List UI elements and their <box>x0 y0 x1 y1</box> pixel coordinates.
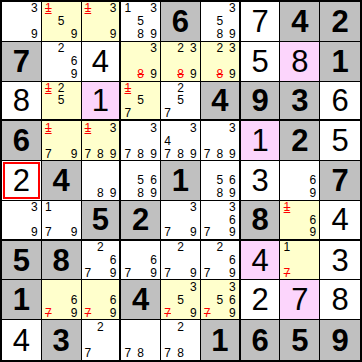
candidate-9: 9 <box>226 226 239 239</box>
empty-candidate-slot <box>293 226 306 239</box>
candidate-7: 7 <box>82 347 95 360</box>
empty-candidate-slot <box>2 15 15 28</box>
cell-r6c9[interactable]: 4 <box>320 201 360 241</box>
cell-r3c8[interactable]: 3 <box>280 82 320 122</box>
empty-candidate-slot <box>68 201 81 214</box>
cell-r4c2[interactable]: 179 <box>42 121 82 161</box>
empty-candidate-slot <box>55 28 68 41</box>
candidate-6: 6 <box>226 254 239 267</box>
candidate-3: 3 <box>147 121 160 134</box>
empty-candidate-slot <box>82 28 95 41</box>
cell-r8c7[interactable]: 2 <box>241 280 281 320</box>
cell-r7c4[interactable]: 679 <box>121 241 161 281</box>
empty-candidate-slot <box>42 107 55 120</box>
empty-candidate-slot <box>187 254 200 267</box>
pencil-marks: 3579 <box>161 280 200 319</box>
pencil-marks: 89 <box>82 161 120 200</box>
candidate-9: 9 <box>68 306 81 319</box>
candidate-9: 9 <box>107 267 120 280</box>
cell-r1c6[interactable]: 3589 <box>201 2 241 42</box>
cell-r1c2[interactable]: 159 <box>42 2 82 42</box>
solved-digit: 2 <box>13 165 30 196</box>
empty-candidate-slot <box>94 134 107 147</box>
empty-candidate-slot <box>15 213 28 226</box>
pencil-marks: 2389 <box>201 42 239 81</box>
candidate-9: 9 <box>187 226 200 239</box>
candidate-7: 7 <box>121 347 134 360</box>
empty-candidate-slot <box>187 107 200 120</box>
candidate-7: 7 <box>42 226 55 239</box>
cell-r3c6[interactable]: 4 <box>201 82 241 122</box>
cell-r3c5[interactable]: 257 <box>161 82 201 122</box>
empty-candidate-slot <box>174 55 187 68</box>
candidate-3: 3 <box>226 2 239 15</box>
solved-digit: 4 <box>13 325 30 356</box>
solved-digit: 7 <box>251 6 268 37</box>
cell-r3c4[interactable]: 157 <box>121 82 161 122</box>
given-digit: 7 <box>13 46 30 77</box>
empty-candidate-slot <box>55 55 68 68</box>
candidate-7: 7 <box>201 267 214 280</box>
candidate-5: 5 <box>55 15 68 28</box>
cell-r6c2[interactable]: 179 <box>42 201 82 241</box>
cell-r4c1[interactable]: 6 <box>2 121 42 161</box>
candidate-5: 5 <box>134 174 147 187</box>
empty-candidate-slot <box>187 82 200 95</box>
candidate-8: 8 <box>213 147 226 160</box>
cell-r5c4[interactable]: 5689 <box>121 161 161 201</box>
empty-candidate-slot <box>161 320 174 333</box>
cell-r6c8[interactable]: 169 <box>280 201 320 241</box>
candidate-6: 6 <box>306 174 319 187</box>
eliminated-candidate-1: 1 <box>42 2 55 15</box>
empty-candidate-slot <box>161 213 174 226</box>
cell-r3c3[interactable]: 1 <box>82 82 122 122</box>
empty-candidate-slot <box>121 121 134 134</box>
cell-r5c7[interactable]: 3 <box>241 161 281 201</box>
empty-candidate-slot <box>82 187 95 200</box>
solved-digit: 3 <box>251 165 268 196</box>
empty-candidate-slot <box>42 55 55 68</box>
cell-r2c8[interactable]: 8 <box>280 42 320 82</box>
empty-candidate-slot <box>213 201 226 214</box>
empty-candidate-slot <box>107 347 120 360</box>
cell-r9c1[interactable]: 4 <box>2 320 42 360</box>
eliminated-candidate-1: 1 <box>82 121 95 134</box>
cell-r7c6[interactable]: 2679 <box>201 241 241 281</box>
cell-r6c5[interactable]: 379 <box>161 201 201 241</box>
candidate-6: 6 <box>68 55 81 68</box>
empty-candidate-slot <box>147 55 160 68</box>
empty-candidate-slot <box>68 42 81 55</box>
solved-digit: 8 <box>331 284 348 315</box>
empty-candidate-slot <box>187 293 200 306</box>
empty-candidate-slot <box>121 320 134 333</box>
pencil-marks: 169 <box>280 201 319 239</box>
empty-candidate-slot <box>68 280 81 293</box>
given-digit: 6 <box>251 325 268 356</box>
cell-r8c4[interactable]: 4 <box>121 280 161 320</box>
cell-r2c2[interactable]: 269 <box>42 42 82 82</box>
candidate-7: 7 <box>201 226 214 239</box>
pencil-marks: 3789 <box>121 121 160 160</box>
candidate-8: 8 <box>174 147 187 160</box>
cell-r8c1[interactable]: 1 <box>2 280 42 320</box>
empty-candidate-slot <box>293 161 306 174</box>
solved-digit: 2 <box>251 284 268 315</box>
empty-candidate-slot <box>94 121 107 134</box>
empty-candidate-slot <box>134 2 147 15</box>
empty-candidate-slot <box>201 201 214 214</box>
cell-r3c2[interactable]: 125 <box>42 82 82 122</box>
candidate-7: 7 <box>121 267 134 280</box>
cell-r6c4[interactable]: 2 <box>121 201 161 241</box>
candidate-1: 1 <box>121 2 134 15</box>
solved-digit: 3 <box>331 245 348 276</box>
cell-r2c6[interactable]: 2389 <box>201 42 241 82</box>
cell-r1c7[interactable]: 7 <box>241 2 281 42</box>
cell-r5c2[interactable]: 4 <box>42 161 82 201</box>
empty-candidate-slot <box>134 82 147 95</box>
pencil-marks: 35679 <box>201 280 239 319</box>
empty-candidate-slot <box>147 107 160 120</box>
candidate-6: 6 <box>107 254 120 267</box>
cell-r1c3[interactable]: 139 <box>82 2 122 42</box>
empty-candidate-slot <box>55 201 68 214</box>
candidate-9: 9 <box>226 147 239 160</box>
empty-candidate-slot <box>94 333 107 346</box>
eliminated-candidate-1: 1 <box>121 82 134 95</box>
empty-candidate-slot <box>293 201 306 214</box>
empty-candidate-slot <box>68 2 81 15</box>
empty-candidate-slot <box>68 82 81 95</box>
empty-candidate-slot <box>201 55 214 68</box>
candidate-3: 3 <box>107 121 120 134</box>
cell-r1c1[interactable]: 39 <box>2 2 42 42</box>
cell-r7c3[interactable]: 2679 <box>82 241 122 281</box>
cell-r2c4[interactable]: 389 <box>121 42 161 82</box>
empty-candidate-slot <box>280 174 293 187</box>
candidate-1: 1 <box>42 201 55 214</box>
empty-candidate-slot <box>134 134 147 147</box>
cell-r2c3[interactable]: 4 <box>82 42 122 82</box>
cell-r4c4[interactable]: 3789 <box>121 121 161 161</box>
candidate-3: 3 <box>226 42 239 55</box>
empty-candidate-slot <box>226 134 239 147</box>
empty-candidate-slot <box>213 267 226 280</box>
candidate-9: 9 <box>107 147 120 160</box>
empty-candidate-slot <box>174 306 187 319</box>
given-digit: 5 <box>13 245 30 276</box>
candidate-7: 7 <box>161 107 174 120</box>
cell-r1c9[interactable]: 2 <box>320 2 360 42</box>
cell-r8c2[interactable]: 679 <box>42 280 82 320</box>
empty-candidate-slot <box>147 241 160 254</box>
empty-candidate-slot <box>107 161 120 174</box>
empty-candidate-slot <box>94 28 107 41</box>
empty-candidate-slot <box>187 134 200 147</box>
cell-r7c5[interactable]: 279 <box>161 241 201 281</box>
cell-r7c8[interactable]: 17 <box>280 241 320 281</box>
empty-candidate-slot <box>213 226 226 239</box>
candidate-9: 9 <box>107 28 120 41</box>
empty-candidate-slot <box>147 82 160 95</box>
empty-candidate-slot <box>82 241 95 254</box>
empty-candidate-slot <box>306 267 319 280</box>
empty-candidate-slot <box>213 280 226 293</box>
cell-r7c7[interactable]: 4 <box>241 241 281 281</box>
candidate-3: 3 <box>187 201 200 214</box>
empty-candidate-slot <box>94 161 107 174</box>
empty-candidate-slot <box>82 254 95 267</box>
empty-candidate-slot <box>161 293 174 306</box>
pencil-marks: 269 <box>42 42 81 81</box>
empty-candidate-slot <box>82 134 95 147</box>
empty-candidate-slot <box>161 333 174 346</box>
candidate-3: 3 <box>226 201 239 214</box>
candidate-9: 9 <box>226 187 239 200</box>
cell-r5c5[interactable]: 1 <box>161 161 201 201</box>
cell-r7c9[interactable]: 3 <box>320 241 360 281</box>
candidate-2: 2 <box>174 320 187 333</box>
pencil-marks: 179 <box>42 201 81 239</box>
empty-candidate-slot <box>134 161 147 174</box>
cell-r4c7[interactable]: 1 <box>241 121 281 161</box>
empty-candidate-slot <box>201 174 214 187</box>
cell-r7c1[interactable]: 5 <box>2 241 42 281</box>
cell-r9c2[interactable]: 3 <box>42 320 82 360</box>
given-digit: 1 <box>13 284 30 315</box>
cell-r4c8[interactable]: 2 <box>280 121 320 161</box>
cell-r9c3[interactable]: 27 <box>82 320 122 360</box>
empty-candidate-slot <box>174 201 187 214</box>
given-digit: 6 <box>13 125 30 156</box>
empty-candidate-slot <box>94 347 107 360</box>
cell-r7c2[interactable]: 8 <box>42 241 82 281</box>
given-digit: 4 <box>53 165 70 196</box>
given-digit: 2 <box>291 125 308 156</box>
candidate-8: 8 <box>134 28 147 41</box>
cell-r2c1[interactable]: 7 <box>2 42 42 82</box>
candidate-9: 9 <box>28 28 41 41</box>
empty-candidate-slot <box>161 42 174 55</box>
empty-candidate-slot <box>161 121 174 134</box>
pencil-marks: 13589 <box>121 2 160 41</box>
empty-candidate-slot <box>94 2 107 15</box>
empty-candidate-slot <box>161 94 174 107</box>
empty-candidate-slot <box>2 213 15 226</box>
eliminated-candidate-8: 8 <box>213 68 226 81</box>
solved-digit: 8 <box>13 85 30 116</box>
empty-candidate-slot <box>174 213 187 226</box>
cell-r3c1[interactable]: 8 <box>2 82 42 122</box>
candidate-7: 7 <box>201 147 214 160</box>
empty-candidate-slot <box>174 333 187 346</box>
empty-candidate-slot <box>161 82 174 95</box>
candidate-2: 2 <box>213 241 226 254</box>
cell-r8c9[interactable]: 8 <box>320 280 360 320</box>
eliminated-candidate-7: 7 <box>42 306 55 319</box>
candidate-8: 8 <box>134 347 147 360</box>
cell-r1c5[interactable]: 6 <box>161 2 201 42</box>
empty-candidate-slot <box>174 280 187 293</box>
candidate-9: 9 <box>187 267 200 280</box>
solved-digit: 4 <box>92 46 109 77</box>
candidate-7: 7 <box>121 147 134 160</box>
cell-r4c5[interactable]: 34789 <box>161 121 201 161</box>
cell-r4c9[interactable]: 5 <box>320 121 360 161</box>
empty-candidate-slot <box>187 94 200 107</box>
empty-candidate-slot <box>55 147 68 160</box>
empty-candidate-slot <box>121 55 134 68</box>
candidate-6: 6 <box>226 293 239 306</box>
candidate-3: 3 <box>187 280 200 293</box>
cell-r3c9[interactable]: 6 <box>320 82 360 122</box>
candidate-3: 3 <box>107 2 120 15</box>
cell-r6c1[interactable]: 39 <box>2 201 42 241</box>
pencil-marks: 78 <box>121 320 160 360</box>
cell-r2c7[interactable]: 5 <box>241 42 281 82</box>
empty-candidate-slot <box>201 2 214 15</box>
empty-candidate-slot <box>293 267 306 280</box>
candidate-2: 2 <box>55 82 68 95</box>
empty-candidate-slot <box>15 2 28 15</box>
sudoku-board: 3915913913589635897427269438923892389581… <box>0 0 362 362</box>
empty-candidate-slot <box>82 280 95 293</box>
candidate-9: 9 <box>187 306 200 319</box>
eliminated-candidate-1: 1 <box>42 121 55 134</box>
pencil-marks: 5689 <box>121 161 160 200</box>
candidate-7: 7 <box>42 147 55 160</box>
empty-candidate-slot <box>187 55 200 68</box>
empty-candidate-slot <box>306 161 319 174</box>
given-digit: 3 <box>53 325 70 356</box>
empty-candidate-slot <box>55 280 68 293</box>
cell-r9c9[interactable]: 9 <box>320 320 360 360</box>
empty-candidate-slot <box>306 241 319 254</box>
pencil-marks: 2679 <box>201 241 239 280</box>
empty-candidate-slot <box>134 320 147 333</box>
cell-r5c9[interactable]: 7 <box>320 161 360 201</box>
given-digit: 2 <box>132 204 149 235</box>
cell-r2c5[interactable]: 2389 <box>161 42 201 82</box>
candidate-6: 6 <box>147 254 160 267</box>
candidate-2: 2 <box>55 42 68 55</box>
empty-candidate-slot <box>42 68 55 81</box>
cell-r9c8[interactable]: 5 <box>280 320 320 360</box>
candidate-9: 9 <box>68 226 81 239</box>
empty-candidate-slot <box>201 293 214 306</box>
solved-digit: 1 <box>251 125 268 156</box>
pencil-marks: 179 <box>42 121 81 160</box>
empty-candidate-slot <box>293 187 306 200</box>
cell-r5c6[interactable]: 5689 <box>201 161 241 201</box>
candidate-2: 2 <box>174 241 187 254</box>
candidate-8: 8 <box>213 187 226 200</box>
empty-candidate-slot <box>201 213 214 226</box>
cell-r8c3[interactable]: 679 <box>82 280 122 320</box>
cell-r9c4[interactable]: 78 <box>121 320 161 360</box>
cell-r8c6[interactable]: 35679 <box>201 280 241 320</box>
empty-candidate-slot <box>82 333 95 346</box>
empty-candidate-slot <box>201 241 214 254</box>
cell-r6c6[interactable]: 3679 <box>201 201 241 241</box>
empty-candidate-slot <box>174 226 187 239</box>
empty-candidate-slot <box>107 15 120 28</box>
empty-candidate-slot <box>293 241 306 254</box>
cell-r5c3[interactable]: 89 <box>82 161 122 201</box>
solved-digit: 4 <box>251 245 268 276</box>
empty-candidate-slot <box>213 306 226 319</box>
empty-candidate-slot <box>201 187 214 200</box>
candidate-5: 5 <box>174 293 187 306</box>
given-digit: 1 <box>211 325 228 356</box>
candidate-6: 6 <box>306 213 319 226</box>
empty-candidate-slot <box>201 161 214 174</box>
cell-r1c8[interactable]: 4 <box>280 2 320 42</box>
cell-r2c9[interactable]: 1 <box>320 42 360 82</box>
cell-r6c7[interactable]: 8 <box>241 201 281 241</box>
empty-candidate-slot <box>201 42 214 55</box>
solved-digit: 7 <box>291 284 308 315</box>
empty-candidate-slot <box>213 55 226 68</box>
given-digit: 8 <box>53 245 70 276</box>
empty-candidate-slot <box>42 293 55 306</box>
cell-r9c7[interactable]: 6 <box>241 320 281 360</box>
empty-candidate-slot <box>174 134 187 147</box>
cell-r8c5[interactable]: 3579 <box>161 280 201 320</box>
cell-r3c7[interactable]: 9 <box>241 82 281 122</box>
candidate-9: 9 <box>226 68 239 81</box>
given-digit: 5 <box>291 325 308 356</box>
empty-candidate-slot <box>174 107 187 120</box>
pencil-marks: 3789 <box>201 121 239 160</box>
empty-candidate-slot <box>201 121 214 134</box>
cell-r4c6[interactable]: 3789 <box>201 121 241 161</box>
empty-candidate-slot <box>121 333 134 346</box>
pencil-marks: 2679 <box>82 241 120 280</box>
solved-digit: 4 <box>331 204 348 235</box>
solved-digit: 6 <box>331 85 348 116</box>
cell-r4c3[interactable]: 13789 <box>82 121 122 161</box>
pencil-marks: 39 <box>2 2 41 41</box>
candidate-2: 2 <box>94 241 107 254</box>
pencil-marks: 389 <box>121 42 160 81</box>
cell-r5c8[interactable]: 69 <box>280 161 320 201</box>
cell-r9c6[interactable]: 1 <box>201 320 241 360</box>
given-digit: 4 <box>132 284 149 315</box>
cell-r1c4[interactable]: 13589 <box>121 2 161 42</box>
pencil-marks: 13789 <box>82 121 120 160</box>
pencil-marks: 5689 <box>201 161 239 200</box>
cell-r5c1-selected[interactable]: 2 <box>2 161 42 201</box>
given-digit: 9 <box>331 325 348 356</box>
cell-r9c5[interactable]: 278 <box>161 320 201 360</box>
candidate-9: 9 <box>147 68 160 81</box>
empty-candidate-slot <box>280 226 293 239</box>
empty-candidate-slot <box>107 333 120 346</box>
empty-candidate-slot <box>94 254 107 267</box>
empty-candidate-slot <box>42 28 55 41</box>
pencil-marks: 379 <box>161 201 200 239</box>
empty-candidate-slot <box>2 28 15 41</box>
empty-candidate-slot <box>134 107 147 120</box>
given-digit: 6 <box>172 6 189 37</box>
candidate-2: 2 <box>174 82 187 95</box>
empty-candidate-slot <box>147 94 160 107</box>
cell-r8c8[interactable]: 7 <box>280 280 320 320</box>
cell-r6c3[interactable]: 5 <box>82 201 122 241</box>
